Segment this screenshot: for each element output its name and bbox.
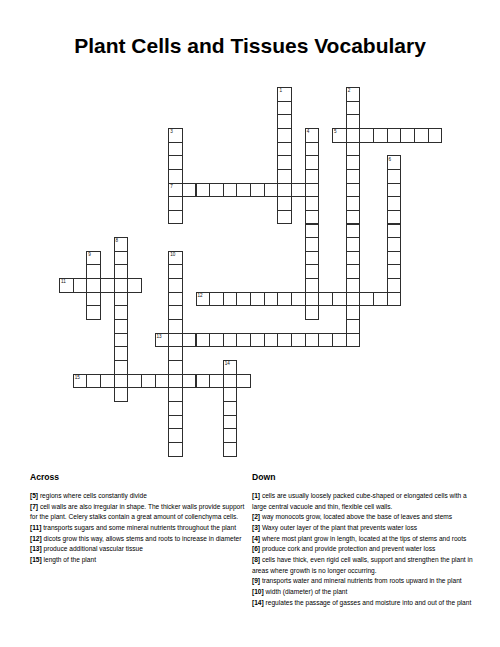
- grid-cell-r9c24: [387, 210, 402, 225]
- grid-cell-r11c18: [305, 237, 320, 252]
- grid-cell-r13c24: [387, 264, 402, 279]
- grid-cell-r3c25: [400, 128, 415, 143]
- grid-cell-r21c6: [141, 374, 156, 389]
- grid-cell-r17c21: [346, 319, 361, 334]
- clue-number: [14]: [252, 599, 264, 606]
- clue-number: [6]: [252, 545, 260, 552]
- grid-cell-r10c18: [305, 224, 320, 239]
- clue-number: [13]: [30, 545, 42, 552]
- grid-cell-r24c8: [168, 415, 183, 430]
- grid-cell-r4c21: [346, 142, 361, 157]
- grid-cell-r11c21: [346, 237, 361, 252]
- grid-cell-r16c4: [114, 305, 129, 320]
- clue-4-down: [4] where most plant grow in length, loc…: [252, 534, 473, 545]
- grid-cell-r8c24: [387, 196, 402, 211]
- clue-14-down: [14] regulates the passage of gasses and…: [252, 598, 473, 609]
- clue-number: [8]: [252, 556, 260, 563]
- grid-cell-r24c12: [223, 415, 238, 430]
- grid-cell-r16c18: [305, 305, 320, 320]
- grid-cell-r18c19: [318, 333, 333, 348]
- grid-cell-r2c16: [277, 114, 292, 129]
- grid-cell-r18c16: [277, 333, 292, 348]
- grid-cell-r18c14: [250, 333, 265, 348]
- grid-cell-r0c21: 2: [346, 87, 361, 102]
- clue-number: [2]: [252, 513, 260, 520]
- clue-number: [4]: [252, 535, 260, 542]
- clue-number: [7]: [30, 503, 38, 510]
- grid-cell-r8c21: [346, 196, 361, 211]
- grid-cell-r14c3: [100, 278, 115, 293]
- grid-cell-r7c11: [209, 183, 224, 198]
- grid-cell-r21c7: [155, 374, 170, 389]
- cell-number-12: 12: [198, 293, 203, 298]
- grid-cell-r15c16: [277, 292, 292, 307]
- grid-cell-r8c18: [305, 196, 320, 211]
- grid-cell-r7c9: [182, 183, 197, 198]
- down-header: Down: [252, 472, 473, 483]
- grid-cell-r14c4: [114, 278, 129, 293]
- grid-cell-r22c4: [114, 387, 129, 402]
- grid-cell-r3c16: [277, 128, 292, 143]
- grid-cell-r18c20: [332, 333, 347, 348]
- grid-cell-r18c7: 13: [155, 333, 170, 348]
- grid-cell-r7c16: [277, 183, 292, 198]
- grid-cell-r21c11: [209, 374, 224, 389]
- grid-cell-r19c4: [114, 346, 129, 361]
- grid-cell-r12c18: [305, 251, 320, 266]
- grid-cell-r14c2: [86, 278, 101, 293]
- cell-number-5: 5: [334, 129, 337, 134]
- grid-cell-r20c4: [114, 360, 129, 375]
- clue-1-down: [1] cells are usually loosely packed cub…: [252, 491, 473, 512]
- grid-cell-r15c21: [346, 292, 361, 307]
- grid-cell-r4c18: [305, 142, 320, 157]
- clue-number: [1]: [252, 492, 260, 499]
- grid-cell-r6c16: [277, 169, 292, 184]
- grid-cell-r15c10: 12: [196, 292, 211, 307]
- grid-cell-r21c1: 15: [73, 374, 88, 389]
- grid-cell-r26c12: [223, 442, 238, 457]
- grid-cell-r18c8: [168, 333, 183, 348]
- grid-cell-r21c10: [196, 374, 211, 389]
- grid-cell-r9c18: [305, 210, 320, 225]
- grid-cell-r7c13: [236, 183, 251, 198]
- grid-cell-r25c12: [223, 428, 238, 443]
- grid-cell-r9c16: [277, 210, 292, 225]
- grid-cell-r7c21: [346, 183, 361, 198]
- grid-cell-r15c20: [332, 292, 347, 307]
- grid-cell-r21c5: [127, 374, 142, 389]
- cell-number-10: 10: [170, 252, 175, 257]
- grid-cell-r21c3: [100, 374, 115, 389]
- clue-number: [5]: [30, 492, 38, 499]
- grid-cell-r13c2: [86, 264, 101, 279]
- grid-cell-r6c21: [346, 169, 361, 184]
- grid-cell-r23c12: [223, 401, 238, 416]
- grid-cell-r15c18: [305, 292, 320, 307]
- grid-cell-r12c24: [387, 251, 402, 266]
- clue-2-down: [2] way monocots grow, located above the…: [252, 512, 473, 523]
- grid-cell-r3c27: [428, 128, 443, 143]
- grid-cell-r7c10: [196, 183, 211, 198]
- grid-cell-r8c8: [168, 196, 183, 211]
- grid-cell-r25c8: [168, 428, 183, 443]
- grid-cell-r18c17: [291, 333, 306, 348]
- grid-cell-r3c24: [387, 128, 402, 143]
- grid-cell-r14c5: [127, 278, 142, 293]
- grid-cell-r22c12: [223, 387, 238, 402]
- grid-cell-r18c18: [305, 333, 320, 348]
- grid-cell-r11c24: [387, 237, 402, 252]
- cell-number-11: 11: [61, 279, 66, 284]
- cell-number-1: 1: [279, 88, 282, 93]
- grid-cell-r15c22: [359, 292, 374, 307]
- grid-cell-r16c21: [346, 305, 361, 320]
- grid-cell-r19c8: [168, 346, 183, 361]
- grid-cell-r15c11: [209, 292, 224, 307]
- grid-cell-r3c22: [359, 128, 374, 143]
- grid-cell-r21c9: [182, 374, 197, 389]
- grid-cell-r23c8: [168, 401, 183, 416]
- cell-number-4: 4: [307, 129, 310, 134]
- grid-cell-r6c24: [387, 169, 402, 184]
- grid-cell-r14c0: 11: [59, 278, 74, 293]
- grid-cell-r20c12: 14: [223, 360, 238, 375]
- grid-cell-r3c20: 5: [332, 128, 347, 143]
- grid-cell-r21c4: [114, 374, 129, 389]
- grid-cell-r13c8: [168, 264, 183, 279]
- cell-number-8: 8: [116, 238, 119, 243]
- grid-cell-r1c21: [346, 101, 361, 116]
- grid-cell-r13c18: [305, 264, 320, 279]
- grid-cell-r18c13: [236, 333, 251, 348]
- grid-cell-r18c15: [264, 333, 279, 348]
- across-clue-list: [5] regions where cells constantly divid…: [30, 491, 251, 566]
- grid-cell-r21c2: [86, 374, 101, 389]
- grid-cell-r12c21: [346, 251, 361, 266]
- grid-cell-r6c18: [305, 169, 320, 184]
- clue-11-across: [11] transports sugars and some mineral …: [30, 523, 251, 534]
- clue-13-across: [13] produce additional vascular tissue: [30, 544, 251, 555]
- grid-cell-r2c21: [346, 114, 361, 129]
- grid-cell-r11c4: 8: [114, 237, 129, 252]
- grid-cell-r15c4: [114, 292, 129, 307]
- grid-cell-r17c4: [114, 319, 129, 334]
- grid-cell-r5c21: [346, 155, 361, 170]
- grid-cell-r4c16: [277, 142, 292, 157]
- grid-cell-r13c4: [114, 264, 129, 279]
- grid-cell-r10c24: [387, 224, 402, 239]
- grid-cell-r15c2: [86, 292, 101, 307]
- grid-cell-r3c8: 3: [168, 128, 183, 143]
- grid-cell-r7c14: [250, 183, 265, 198]
- down-clues-section: Down [1] cells are usually loosely packe…: [252, 472, 473, 608]
- cell-number-14: 14: [225, 361, 230, 366]
- grid-cell-r7c18: [305, 183, 320, 198]
- grid-cell-r1c16: [277, 101, 292, 116]
- grid-cell-r21c13: [236, 374, 251, 389]
- grid-cell-r12c8: 10: [168, 251, 183, 266]
- grid-cell-r15c13: [236, 292, 251, 307]
- grid-cell-r14c1: [73, 278, 88, 293]
- clue-9-down: [9] transports water and mineral nutrien…: [252, 576, 473, 587]
- cell-number-3: 3: [170, 129, 173, 134]
- grid-cell-r16c2: [86, 305, 101, 320]
- grid-cell-r18c9: [182, 333, 197, 348]
- grid-cell-r18c11: [209, 333, 224, 348]
- grid-cell-r6c8: [168, 169, 183, 184]
- grid-cell-r17c8: [168, 319, 183, 334]
- grid-cell-r4c8: [168, 142, 183, 157]
- grid-cell-r7c24: [387, 183, 402, 198]
- grid-cell-r18c21: [346, 333, 361, 348]
- grid-cell-r14c24: [387, 278, 402, 293]
- grid-cell-r10c21: [346, 224, 361, 239]
- clue-number: [12]: [30, 535, 42, 542]
- clue-12-across: [12] dicots grow this way, allows stems …: [30, 534, 251, 545]
- grid-cell-r5c24: 6: [387, 155, 402, 170]
- clue-5-across: [5] regions where cells constantly divid…: [30, 491, 251, 502]
- clue-6-down: [6] produce cork and provide protection …: [252, 544, 473, 555]
- grid-cell-r14c18: [305, 278, 320, 293]
- grid-cell-r18c4: [114, 333, 129, 348]
- grid-cell-r14c21: [346, 278, 361, 293]
- grid-cell-r5c8: [168, 155, 183, 170]
- clue-number: [15]: [30, 556, 42, 563]
- clue-10-down: [10] width (diameter) of the plant: [252, 587, 473, 598]
- grid-cell-r7c17: [291, 183, 306, 198]
- grid-cell-r7c15: [264, 183, 279, 198]
- clue-number: [9]: [252, 577, 260, 584]
- grid-cell-r15c23: [373, 292, 388, 307]
- grid-cell-r18c12: [223, 333, 238, 348]
- grid-cell-r21c8: [168, 374, 183, 389]
- grid-cell-r15c24: [387, 292, 402, 307]
- grid-cell-r3c21: [346, 128, 361, 143]
- cell-number-13: 13: [157, 334, 162, 339]
- grid-cell-r7c12: [223, 183, 238, 198]
- grid-cell-r20c8: [168, 360, 183, 375]
- across-header: Across: [30, 472, 251, 483]
- puzzle-title: Plant Cells and Tissues Vocabulary: [0, 34, 500, 58]
- grid-cell-r15c8: [168, 292, 183, 307]
- grid-cell-r7c8: 7: [168, 183, 183, 198]
- grid-cell-r13c21: [346, 264, 361, 279]
- grid-cell-r9c21: [346, 210, 361, 225]
- grid-cell-r3c18: 4: [305, 128, 320, 143]
- cell-number-15: 15: [75, 375, 80, 380]
- grid-cell-r15c15: [264, 292, 279, 307]
- clue-3-down: [3] Waxy outer layer of the plant that p…: [252, 523, 473, 534]
- clue-15-across: [15] length of the plant: [30, 555, 251, 566]
- grid-cell-r5c18: [305, 155, 320, 170]
- across-clues-section: Across [5] regions where cells constantl…: [30, 472, 251, 566]
- grid-cell-r26c8: [168, 442, 183, 457]
- clue-8-down: [8] cells have thick, even rigid cell wa…: [252, 555, 473, 576]
- grid-cell-r3c26: [414, 128, 429, 143]
- grid-cell-r18c10: [196, 333, 211, 348]
- grid-cell-r15c17: [291, 292, 306, 307]
- grid-cell-r12c4: [114, 251, 129, 266]
- clue-number: [3]: [252, 524, 260, 531]
- grid-cell-r22c8: [168, 387, 183, 402]
- grid-cell-r21c12: [223, 374, 238, 389]
- clue-number: [10]: [252, 588, 264, 595]
- cell-number-6: 6: [389, 157, 392, 162]
- grid-cell-r0c16: 1: [277, 87, 292, 102]
- grid-cell-r5c16: [277, 155, 292, 170]
- grid-cell-r16c8: [168, 305, 183, 320]
- cell-number-7: 7: [170, 184, 173, 189]
- crossword-board: 123456789101112131415: [59, 87, 444, 458]
- cell-number-2: 2: [348, 88, 351, 93]
- grid-cell-r14c8: [168, 278, 183, 293]
- grid-cell-r9c8: [168, 210, 183, 225]
- clue-7-across: [7] cell walls are also irregular in sha…: [30, 502, 251, 523]
- down-clue-list: [1] cells are usually loosely packed cub…: [252, 491, 473, 608]
- grid-cell-r15c19: [318, 292, 333, 307]
- grid-cell-r15c12: [223, 292, 238, 307]
- grid-cell-r12c2: 9: [86, 251, 101, 266]
- grid-cell-r3c23: [373, 128, 388, 143]
- grid-cell-r15c14: [250, 292, 265, 307]
- grid-cell-r8c16: [277, 196, 292, 211]
- cell-number-9: 9: [88, 252, 91, 257]
- clue-number: [11]: [30, 524, 41, 531]
